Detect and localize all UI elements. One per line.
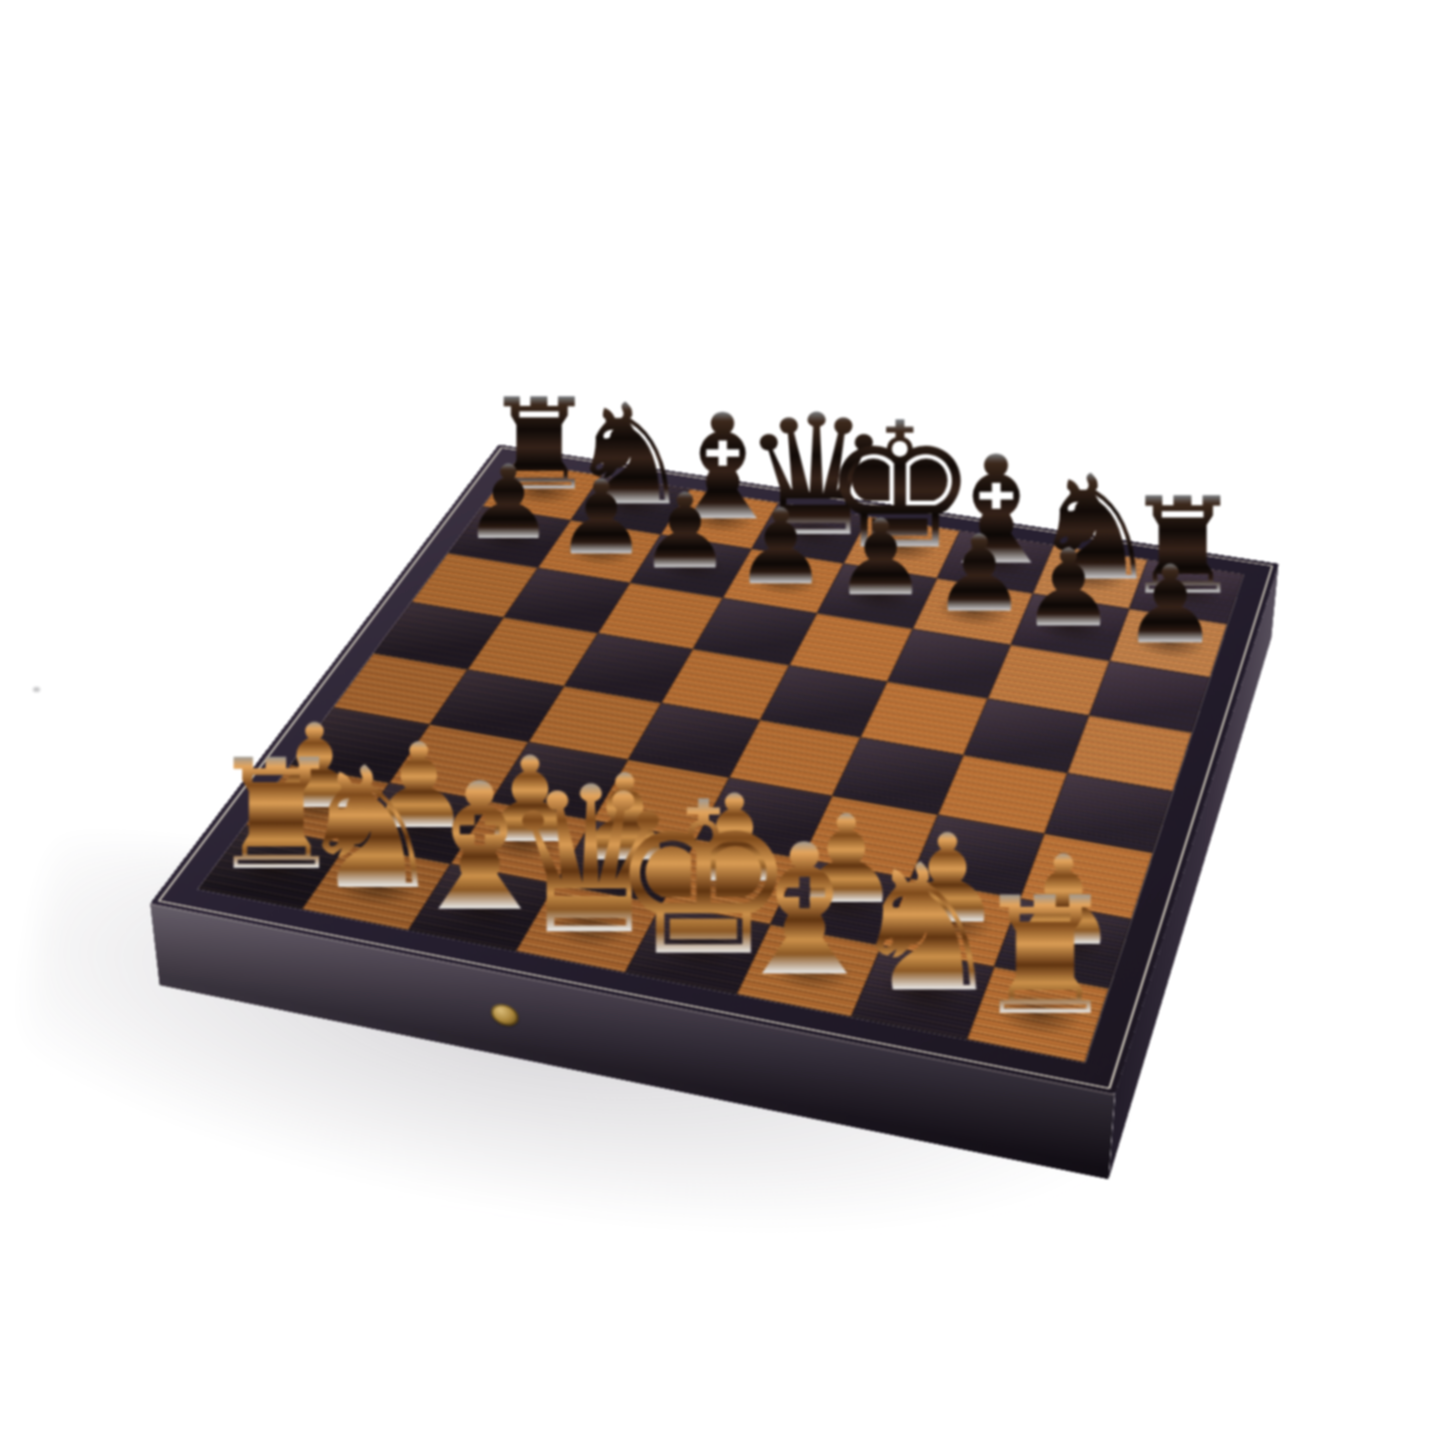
chess-board: ♜♞♝♛♚♝♞♜♟♟♟♟♟♟♟♟♟♟♟♟♟♟♟♟♜♞♝♛♚♝♞♜	[150, 444, 1279, 1094]
square-h6	[1089, 661, 1210, 733]
product-photo: ♜♞♝♛♚♝♞♜♟♟♟♟♟♟♟♟♟♟♟♟♟♟♟♟♜♞♝♛♚♝♞♜	[0, 0, 1440, 1440]
brand-medallion-icon	[491, 1002, 519, 1028]
photo-scene: ♜♞♝♛♚♝♞♜♟♟♟♟♟♟♟♟♟♟♟♟♟♟♟♟♜♞♝♛♚♝♞♜	[0, 0, 1440, 1440]
